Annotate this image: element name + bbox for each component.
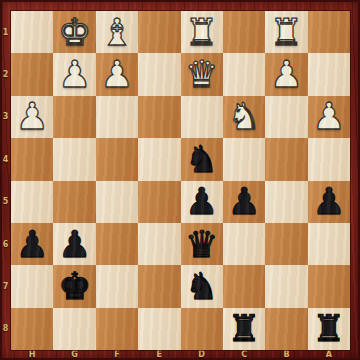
square-d7[interactable]: ♞ [181,265,223,307]
chess-board-frame: 12345678 HGFEDCBA ♚♝♜♜♟♟♛♟♟♞♟♞♟♟♟♟♟♛♚♞♜♜ [0,0,360,360]
square-e6[interactable] [138,223,180,265]
square-c2[interactable] [223,53,265,95]
square-g8[interactable] [53,308,95,350]
piece-black-king-g7[interactable]: ♚ [58,268,91,305]
square-c1[interactable] [223,11,265,53]
rank-label-5: 5 [0,181,11,223]
square-h3[interactable]: ♟ [11,96,53,138]
square-h1[interactable] [11,11,53,53]
square-b6[interactable] [265,223,307,265]
square-e5[interactable] [138,181,180,223]
rank-label-2: 2 [0,53,11,95]
piece-white-pawn-g2[interactable]: ♟ [58,56,91,93]
square-f5[interactable] [96,181,138,223]
square-b3[interactable] [265,96,307,138]
piece-white-pawn-h3[interactable]: ♟ [16,98,49,135]
square-a1[interactable] [308,11,350,53]
square-g2[interactable]: ♟ [53,53,95,95]
square-h8[interactable] [11,308,53,350]
piece-white-bishop-f1[interactable]: ♝ [100,14,133,51]
square-a5[interactable]: ♟ [308,181,350,223]
piece-white-pawn-b2[interactable]: ♟ [270,56,303,93]
square-d2[interactable]: ♛ [181,53,223,95]
square-e7[interactable] [138,265,180,307]
piece-white-knight-c3[interactable]: ♞ [227,98,260,135]
piece-white-king-g1[interactable]: ♚ [58,14,91,51]
piece-black-pawn-h6[interactable]: ♟ [16,226,49,263]
square-b4[interactable] [265,138,307,180]
file-label-g: G [53,349,95,360]
square-h7[interactable] [11,265,53,307]
square-a7[interactable] [308,265,350,307]
square-a6[interactable] [308,223,350,265]
piece-black-pawn-c5[interactable]: ♟ [227,183,260,220]
piece-white-rook-d1[interactable]: ♜ [185,14,218,51]
rank-label-1: 1 [0,11,11,53]
rank-label-7: 7 [0,265,11,307]
square-h4[interactable] [11,138,53,180]
square-e1[interactable] [138,11,180,53]
square-a3[interactable]: ♟ [308,96,350,138]
chess-board[interactable]: ♚♝♜♜♟♟♛♟♟♞♟♞♟♟♟♟♟♛♚♞♜♜ [11,11,350,350]
square-f8[interactable] [96,308,138,350]
square-b8[interactable] [265,308,307,350]
piece-black-pawn-d5[interactable]: ♟ [185,183,218,220]
square-h5[interactable] [11,181,53,223]
piece-black-queen-d6[interactable]: ♛ [185,226,218,263]
file-label-h: H [11,349,53,360]
rank-label-8: 8 [0,308,11,350]
square-b7[interactable] [265,265,307,307]
square-d4[interactable]: ♞ [181,138,223,180]
square-b2[interactable]: ♟ [265,53,307,95]
piece-black-rook-c8[interactable]: ♜ [227,310,260,347]
square-d5[interactable]: ♟ [181,181,223,223]
square-b5[interactable] [265,181,307,223]
file-label-f: F [96,349,138,360]
square-d6[interactable]: ♛ [181,223,223,265]
square-g1[interactable]: ♚ [53,11,95,53]
square-h2[interactable] [11,53,53,95]
piece-black-pawn-a5[interactable]: ♟ [312,183,345,220]
square-c3[interactable]: ♞ [223,96,265,138]
square-g6[interactable]: ♟ [53,223,95,265]
file-label-a: A [308,349,350,360]
square-d3[interactable] [181,96,223,138]
rank-label-6: 6 [0,223,11,265]
square-g3[interactable] [53,96,95,138]
square-f4[interactable] [96,138,138,180]
square-c6[interactable] [223,223,265,265]
square-g4[interactable] [53,138,95,180]
square-d8[interactable] [181,308,223,350]
piece-white-rook-b1[interactable]: ♜ [270,14,303,51]
rank-labels: 12345678 [0,11,11,350]
file-label-b: B [265,349,307,360]
square-g5[interactable] [53,181,95,223]
piece-black-knight-d4[interactable]: ♞ [185,141,218,178]
square-f3[interactable] [96,96,138,138]
square-b1[interactable]: ♜ [265,11,307,53]
file-label-e: E [138,349,180,360]
square-c8[interactable]: ♜ [223,308,265,350]
square-e3[interactable] [138,96,180,138]
square-e4[interactable] [138,138,180,180]
piece-black-knight-d7[interactable]: ♞ [185,268,218,305]
square-e2[interactable] [138,53,180,95]
square-c7[interactable] [223,265,265,307]
piece-black-rook-a8[interactable]: ♜ [312,310,345,347]
square-a4[interactable] [308,138,350,180]
piece-white-pawn-a3[interactable]: ♟ [312,98,345,135]
square-f1[interactable]: ♝ [96,11,138,53]
rank-label-4: 4 [0,138,11,180]
file-label-d: D [181,349,223,360]
square-c4[interactable] [223,138,265,180]
file-label-c: C [223,349,265,360]
square-h6[interactable]: ♟ [11,223,53,265]
rank-label-3: 3 [0,96,11,138]
square-c5[interactable]: ♟ [223,181,265,223]
square-f2[interactable]: ♟ [96,53,138,95]
file-labels: HGFEDCBA [11,349,350,360]
square-d1[interactable]: ♜ [181,11,223,53]
square-f6[interactable] [96,223,138,265]
piece-white-queen-d2[interactable]: ♛ [185,56,218,93]
square-f7[interactable] [96,265,138,307]
square-a8[interactable]: ♜ [308,308,350,350]
piece-white-pawn-f2[interactable]: ♟ [100,56,133,93]
piece-black-pawn-g6[interactable]: ♟ [58,226,91,263]
square-a2[interactable] [308,53,350,95]
square-e8[interactable] [138,308,180,350]
square-g7[interactable]: ♚ [53,265,95,307]
